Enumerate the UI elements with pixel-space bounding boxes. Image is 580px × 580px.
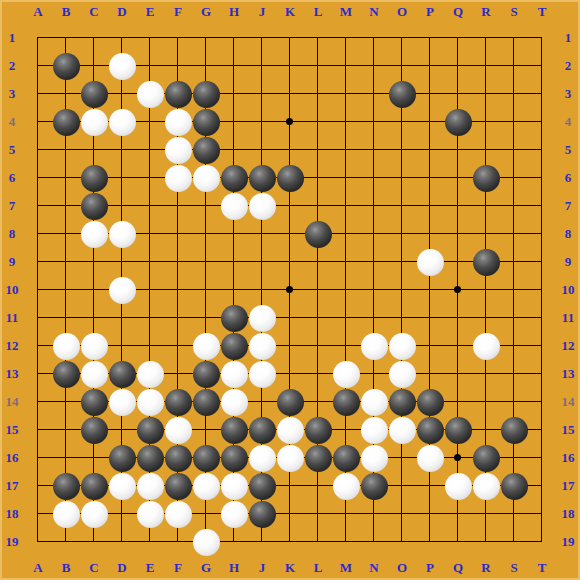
intersection-H5[interactable] — [220, 136, 248, 164]
intersection-Q18[interactable] — [444, 500, 472, 528]
intersection-B9[interactable] — [52, 248, 80, 276]
intersection-L14[interactable] — [304, 388, 332, 416]
intersection-T12[interactable] — [528, 332, 556, 360]
intersection-S14[interactable] — [500, 388, 528, 416]
intersection-S16[interactable] — [500, 444, 528, 472]
intersection-C16[interactable] — [80, 444, 108, 472]
intersection-Q15[interactable] — [444, 416, 472, 444]
intersection-C13[interactable] — [80, 360, 108, 388]
intersection-P19[interactable] — [416, 528, 444, 556]
intersection-J6[interactable] — [248, 164, 276, 192]
intersection-H11[interactable] — [220, 304, 248, 332]
intersection-R8[interactable] — [472, 220, 500, 248]
intersection-H15[interactable] — [220, 416, 248, 444]
intersection-J12[interactable] — [248, 332, 276, 360]
intersection-N14[interactable] — [360, 388, 388, 416]
intersection-P11[interactable] — [416, 304, 444, 332]
intersection-L2[interactable] — [304, 52, 332, 80]
intersection-M3[interactable] — [332, 80, 360, 108]
intersection-Q5[interactable] — [444, 136, 472, 164]
intersection-Q1[interactable] — [444, 24, 472, 52]
intersection-J10[interactable] — [248, 276, 276, 304]
intersection-E17[interactable] — [136, 472, 164, 500]
intersection-T17[interactable] — [528, 472, 556, 500]
intersection-D2[interactable] — [108, 52, 136, 80]
intersection-P13[interactable] — [416, 360, 444, 388]
intersection-K1[interactable] — [276, 24, 304, 52]
intersection-J18[interactable] — [248, 500, 276, 528]
intersection-G10[interactable] — [192, 276, 220, 304]
intersection-G2[interactable] — [192, 52, 220, 80]
intersection-C7[interactable] — [80, 192, 108, 220]
intersection-J4[interactable] — [248, 108, 276, 136]
intersection-S2[interactable] — [500, 52, 528, 80]
intersection-B15[interactable] — [52, 416, 80, 444]
intersection-B18[interactable] — [52, 500, 80, 528]
intersection-O19[interactable] — [388, 528, 416, 556]
intersection-D7[interactable] — [108, 192, 136, 220]
intersection-O16[interactable] — [388, 444, 416, 472]
intersection-B8[interactable] — [52, 220, 80, 248]
intersection-H19[interactable] — [220, 528, 248, 556]
intersection-G11[interactable] — [192, 304, 220, 332]
intersection-N18[interactable] — [360, 500, 388, 528]
intersection-F9[interactable] — [164, 248, 192, 276]
intersection-F14[interactable] — [164, 388, 192, 416]
intersection-H10[interactable] — [220, 276, 248, 304]
intersection-P6[interactable] — [416, 164, 444, 192]
intersection-A17[interactable] — [24, 472, 52, 500]
intersection-E3[interactable] — [136, 80, 164, 108]
intersection-N6[interactable] — [360, 164, 388, 192]
intersection-N11[interactable] — [360, 304, 388, 332]
intersection-C1[interactable] — [80, 24, 108, 52]
intersection-O9[interactable] — [388, 248, 416, 276]
intersection-E12[interactable] — [136, 332, 164, 360]
intersection-H3[interactable] — [220, 80, 248, 108]
intersection-G16[interactable] — [192, 444, 220, 472]
intersection-D4[interactable] — [108, 108, 136, 136]
intersection-R18[interactable] — [472, 500, 500, 528]
intersection-C5[interactable] — [80, 136, 108, 164]
intersection-F4[interactable] — [164, 108, 192, 136]
intersection-M13[interactable] — [332, 360, 360, 388]
intersection-E19[interactable] — [136, 528, 164, 556]
intersection-P14[interactable] — [416, 388, 444, 416]
intersection-M5[interactable] — [332, 136, 360, 164]
intersection-C14[interactable] — [80, 388, 108, 416]
intersection-F11[interactable] — [164, 304, 192, 332]
intersection-K10[interactable] — [276, 276, 304, 304]
intersection-A7[interactable] — [24, 192, 52, 220]
intersection-L15[interactable] — [304, 416, 332, 444]
intersection-R10[interactable] — [472, 276, 500, 304]
intersection-P3[interactable] — [416, 80, 444, 108]
intersection-M8[interactable] — [332, 220, 360, 248]
intersection-K6[interactable] — [276, 164, 304, 192]
intersection-A3[interactable] — [24, 80, 52, 108]
intersection-A9[interactable] — [24, 248, 52, 276]
intersection-E14[interactable] — [136, 388, 164, 416]
intersection-M7[interactable] — [332, 192, 360, 220]
intersection-G15[interactable] — [192, 416, 220, 444]
intersection-K19[interactable] — [276, 528, 304, 556]
intersection-G1[interactable] — [192, 24, 220, 52]
intersection-S12[interactable] — [500, 332, 528, 360]
intersection-C8[interactable] — [80, 220, 108, 248]
intersection-D8[interactable] — [108, 220, 136, 248]
intersection-E15[interactable] — [136, 416, 164, 444]
intersection-L5[interactable] — [304, 136, 332, 164]
intersection-Q17[interactable] — [444, 472, 472, 500]
intersection-H2[interactable] — [220, 52, 248, 80]
intersection-B12[interactable] — [52, 332, 80, 360]
intersection-A19[interactable] — [24, 528, 52, 556]
intersection-R16[interactable] — [472, 444, 500, 472]
intersection-K16[interactable] — [276, 444, 304, 472]
intersection-M6[interactable] — [332, 164, 360, 192]
intersection-R2[interactable] — [472, 52, 500, 80]
intersection-Q2[interactable] — [444, 52, 472, 80]
intersection-R12[interactable] — [472, 332, 500, 360]
intersection-M18[interactable] — [332, 500, 360, 528]
intersection-L6[interactable] — [304, 164, 332, 192]
intersection-C9[interactable] — [80, 248, 108, 276]
intersection-E9[interactable] — [136, 248, 164, 276]
intersection-G19[interactable] — [192, 528, 220, 556]
intersection-N16[interactable] — [360, 444, 388, 472]
intersection-S17[interactable] — [500, 472, 528, 500]
intersection-T10[interactable] — [528, 276, 556, 304]
intersection-N8[interactable] — [360, 220, 388, 248]
intersection-P18[interactable] — [416, 500, 444, 528]
intersection-O1[interactable] — [388, 24, 416, 52]
intersection-O8[interactable] — [388, 220, 416, 248]
intersection-B3[interactable] — [52, 80, 80, 108]
intersection-K17[interactable] — [276, 472, 304, 500]
intersection-G17[interactable] — [192, 472, 220, 500]
intersection-J9[interactable] — [248, 248, 276, 276]
intersection-K12[interactable] — [276, 332, 304, 360]
intersection-L8[interactable] — [304, 220, 332, 248]
intersection-T4[interactable] — [528, 108, 556, 136]
intersection-H18[interactable] — [220, 500, 248, 528]
intersection-M19[interactable] — [332, 528, 360, 556]
intersection-M9[interactable] — [332, 248, 360, 276]
intersection-D6[interactable] — [108, 164, 136, 192]
intersection-F3[interactable] — [164, 80, 192, 108]
intersection-E7[interactable] — [136, 192, 164, 220]
intersection-L18[interactable] — [304, 500, 332, 528]
intersection-B10[interactable] — [52, 276, 80, 304]
intersection-A18[interactable] — [24, 500, 52, 528]
intersection-A1[interactable] — [24, 24, 52, 52]
intersection-E10[interactable] — [136, 276, 164, 304]
intersection-G3[interactable] — [192, 80, 220, 108]
intersection-E13[interactable] — [136, 360, 164, 388]
intersection-A4[interactable] — [24, 108, 52, 136]
intersection-A2[interactable] — [24, 52, 52, 80]
intersection-T15[interactable] — [528, 416, 556, 444]
intersection-A11[interactable] — [24, 304, 52, 332]
intersection-A12[interactable] — [24, 332, 52, 360]
intersection-B17[interactable] — [52, 472, 80, 500]
intersection-S10[interactable] — [500, 276, 528, 304]
intersection-O2[interactable] — [388, 52, 416, 80]
intersection-P12[interactable] — [416, 332, 444, 360]
intersection-T14[interactable] — [528, 388, 556, 416]
intersection-J3[interactable] — [248, 80, 276, 108]
intersection-O11[interactable] — [388, 304, 416, 332]
intersection-M17[interactable] — [332, 472, 360, 500]
intersection-B6[interactable] — [52, 164, 80, 192]
intersection-T11[interactable] — [528, 304, 556, 332]
intersection-E8[interactable] — [136, 220, 164, 248]
intersection-R9[interactable] — [472, 248, 500, 276]
intersection-K4[interactable] — [276, 108, 304, 136]
intersection-F2[interactable] — [164, 52, 192, 80]
intersection-Q14[interactable] — [444, 388, 472, 416]
intersection-Q19[interactable] — [444, 528, 472, 556]
intersection-A14[interactable] — [24, 388, 52, 416]
intersection-N12[interactable] — [360, 332, 388, 360]
intersection-H17[interactable] — [220, 472, 248, 500]
intersection-D3[interactable] — [108, 80, 136, 108]
intersection-Q6[interactable] — [444, 164, 472, 192]
intersection-C4[interactable] — [80, 108, 108, 136]
intersection-B16[interactable] — [52, 444, 80, 472]
intersection-C2[interactable] — [80, 52, 108, 80]
intersection-M2[interactable] — [332, 52, 360, 80]
intersection-D9[interactable] — [108, 248, 136, 276]
intersection-M10[interactable] — [332, 276, 360, 304]
intersection-R5[interactable] — [472, 136, 500, 164]
intersection-B13[interactable] — [52, 360, 80, 388]
intersection-O10[interactable] — [388, 276, 416, 304]
intersection-K14[interactable] — [276, 388, 304, 416]
intersection-H14[interactable] — [220, 388, 248, 416]
intersection-D15[interactable] — [108, 416, 136, 444]
intersection-G14[interactable] — [192, 388, 220, 416]
intersection-S15[interactable] — [500, 416, 528, 444]
intersection-J7[interactable] — [248, 192, 276, 220]
intersection-L10[interactable] — [304, 276, 332, 304]
intersection-T6[interactable] — [528, 164, 556, 192]
intersection-M12[interactable] — [332, 332, 360, 360]
intersection-D12[interactable] — [108, 332, 136, 360]
intersection-H16[interactable] — [220, 444, 248, 472]
intersection-G6[interactable] — [192, 164, 220, 192]
intersection-J16[interactable] — [248, 444, 276, 472]
intersection-N3[interactable] — [360, 80, 388, 108]
intersection-N4[interactable] — [360, 108, 388, 136]
intersection-B19[interactable] — [52, 528, 80, 556]
intersection-E5[interactable] — [136, 136, 164, 164]
intersection-Q16[interactable] — [444, 444, 472, 472]
intersection-O7[interactable] — [388, 192, 416, 220]
intersection-C10[interactable] — [80, 276, 108, 304]
intersection-L17[interactable] — [304, 472, 332, 500]
intersection-N19[interactable] — [360, 528, 388, 556]
intersection-B7[interactable] — [52, 192, 80, 220]
intersection-N10[interactable] — [360, 276, 388, 304]
intersection-R6[interactable] — [472, 164, 500, 192]
intersection-Q11[interactable] — [444, 304, 472, 332]
intersection-P2[interactable] — [416, 52, 444, 80]
intersection-H13[interactable] — [220, 360, 248, 388]
intersection-J13[interactable] — [248, 360, 276, 388]
intersection-O13[interactable] — [388, 360, 416, 388]
intersection-J2[interactable] — [248, 52, 276, 80]
intersection-P16[interactable] — [416, 444, 444, 472]
intersection-L11[interactable] — [304, 304, 332, 332]
intersection-R4[interactable] — [472, 108, 500, 136]
intersection-G12[interactable] — [192, 332, 220, 360]
intersection-F12[interactable] — [164, 332, 192, 360]
intersection-O6[interactable] — [388, 164, 416, 192]
intersection-C12[interactable] — [80, 332, 108, 360]
intersection-E1[interactable] — [136, 24, 164, 52]
intersection-M4[interactable] — [332, 108, 360, 136]
intersection-D1[interactable] — [108, 24, 136, 52]
intersection-Q10[interactable] — [444, 276, 472, 304]
intersection-O3[interactable] — [388, 80, 416, 108]
intersection-G13[interactable] — [192, 360, 220, 388]
intersection-A5[interactable] — [24, 136, 52, 164]
intersection-D5[interactable] — [108, 136, 136, 164]
intersection-Q7[interactable] — [444, 192, 472, 220]
intersection-D11[interactable] — [108, 304, 136, 332]
intersection-N2[interactable] — [360, 52, 388, 80]
intersection-P4[interactable] — [416, 108, 444, 136]
intersection-F17[interactable] — [164, 472, 192, 500]
intersection-D17[interactable] — [108, 472, 136, 500]
intersection-S7[interactable] — [500, 192, 528, 220]
intersection-G8[interactable] — [192, 220, 220, 248]
intersection-L16[interactable] — [304, 444, 332, 472]
intersection-R1[interactable] — [472, 24, 500, 52]
intersection-J15[interactable] — [248, 416, 276, 444]
intersection-N17[interactable] — [360, 472, 388, 500]
intersection-S5[interactable] — [500, 136, 528, 164]
intersection-O18[interactable] — [388, 500, 416, 528]
intersection-B2[interactable] — [52, 52, 80, 80]
intersection-P1[interactable] — [416, 24, 444, 52]
intersection-P7[interactable] — [416, 192, 444, 220]
intersection-E11[interactable] — [136, 304, 164, 332]
intersection-O5[interactable] — [388, 136, 416, 164]
intersection-H12[interactable] — [220, 332, 248, 360]
intersection-E4[interactable] — [136, 108, 164, 136]
intersection-K18[interactable] — [276, 500, 304, 528]
intersection-S1[interactable] — [500, 24, 528, 52]
intersection-E16[interactable] — [136, 444, 164, 472]
intersection-C11[interactable] — [80, 304, 108, 332]
intersection-D13[interactable] — [108, 360, 136, 388]
intersection-B4[interactable] — [52, 108, 80, 136]
intersection-N13[interactable] — [360, 360, 388, 388]
intersection-E2[interactable] — [136, 52, 164, 80]
intersection-R11[interactable] — [472, 304, 500, 332]
intersection-A13[interactable] — [24, 360, 52, 388]
intersection-S3[interactable] — [500, 80, 528, 108]
intersection-H9[interactable] — [220, 248, 248, 276]
intersection-T5[interactable] — [528, 136, 556, 164]
intersection-B14[interactable] — [52, 388, 80, 416]
intersection-H4[interactable] — [220, 108, 248, 136]
intersection-L3[interactable] — [304, 80, 332, 108]
intersection-M15[interactable] — [332, 416, 360, 444]
intersection-S11[interactable] — [500, 304, 528, 332]
intersection-J1[interactable] — [248, 24, 276, 52]
intersection-F15[interactable] — [164, 416, 192, 444]
intersection-H6[interactable] — [220, 164, 248, 192]
intersection-D10[interactable] — [108, 276, 136, 304]
intersection-H7[interactable] — [220, 192, 248, 220]
intersection-T8[interactable] — [528, 220, 556, 248]
intersection-B1[interactable] — [52, 24, 80, 52]
intersection-R17[interactable] — [472, 472, 500, 500]
intersection-T1[interactable] — [528, 24, 556, 52]
intersection-H1[interactable] — [220, 24, 248, 52]
intersection-N1[interactable] — [360, 24, 388, 52]
intersection-C17[interactable] — [80, 472, 108, 500]
intersection-R13[interactable] — [472, 360, 500, 388]
intersection-J17[interactable] — [248, 472, 276, 500]
intersection-S4[interactable] — [500, 108, 528, 136]
intersection-F1[interactable] — [164, 24, 192, 52]
intersection-L7[interactable] — [304, 192, 332, 220]
intersection-B11[interactable] — [52, 304, 80, 332]
intersection-T9[interactable] — [528, 248, 556, 276]
intersection-F19[interactable] — [164, 528, 192, 556]
intersection-M11[interactable] — [332, 304, 360, 332]
intersection-D14[interactable] — [108, 388, 136, 416]
intersection-N9[interactable] — [360, 248, 388, 276]
intersection-M1[interactable] — [332, 24, 360, 52]
intersection-S6[interactable] — [500, 164, 528, 192]
intersection-R3[interactable] — [472, 80, 500, 108]
intersection-Q8[interactable] — [444, 220, 472, 248]
intersection-F10[interactable] — [164, 276, 192, 304]
intersection-P10[interactable] — [416, 276, 444, 304]
intersection-L4[interactable] — [304, 108, 332, 136]
intersection-F7[interactable] — [164, 192, 192, 220]
intersection-L13[interactable] — [304, 360, 332, 388]
intersection-S18[interactable] — [500, 500, 528, 528]
intersection-Q13[interactable] — [444, 360, 472, 388]
intersection-S9[interactable] — [500, 248, 528, 276]
intersection-J8[interactable] — [248, 220, 276, 248]
intersection-D19[interactable] — [108, 528, 136, 556]
intersection-Q3[interactable] — [444, 80, 472, 108]
intersection-P5[interactable] — [416, 136, 444, 164]
intersection-C19[interactable] — [80, 528, 108, 556]
intersection-R15[interactable] — [472, 416, 500, 444]
intersection-A16[interactable] — [24, 444, 52, 472]
intersection-T7[interactable] — [528, 192, 556, 220]
intersection-D16[interactable] — [108, 444, 136, 472]
intersection-L19[interactable] — [304, 528, 332, 556]
intersection-L12[interactable] — [304, 332, 332, 360]
intersection-G18[interactable] — [192, 500, 220, 528]
intersection-J14[interactable] — [248, 388, 276, 416]
intersection-B5[interactable] — [52, 136, 80, 164]
intersection-C6[interactable] — [80, 164, 108, 192]
intersection-O14[interactable] — [388, 388, 416, 416]
intersection-K13[interactable] — [276, 360, 304, 388]
intersection-K5[interactable] — [276, 136, 304, 164]
